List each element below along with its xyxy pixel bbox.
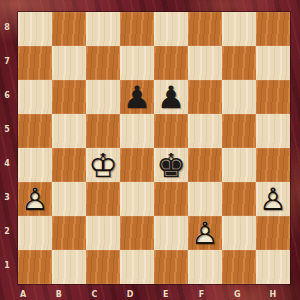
- square-c2[interactable]: [86, 216, 120, 250]
- square-f8[interactable]: [188, 12, 222, 46]
- square-b8[interactable]: [52, 12, 86, 46]
- square-f7[interactable]: [188, 46, 222, 80]
- white-pawn-glyph: ♙: [18, 182, 52, 216]
- square-c1[interactable]: [86, 250, 120, 284]
- square-d6[interactable]: ♟: [120, 80, 154, 114]
- square-e7[interactable]: [154, 46, 188, 80]
- square-d3[interactable]: [120, 182, 154, 216]
- file-label-a: A: [13, 289, 33, 300]
- square-d4[interactable]: [120, 148, 154, 182]
- square-h3[interactable]: ♟♙: [256, 182, 290, 216]
- rank-label-4: 4: [0, 148, 14, 182]
- square-c6[interactable]: [86, 80, 120, 114]
- square-h4[interactable]: [256, 148, 290, 182]
- square-h2[interactable]: [256, 216, 290, 250]
- square-c8[interactable]: [86, 12, 120, 46]
- rank-label-7: 7: [0, 46, 14, 80]
- black-king-glyph: ♚: [154, 148, 188, 182]
- square-g5[interactable]: [222, 114, 256, 148]
- rank-label-3: 3: [0, 182, 14, 216]
- square-g6[interactable]: [222, 80, 256, 114]
- square-b2[interactable]: [52, 216, 86, 250]
- square-d1[interactable]: [120, 250, 154, 284]
- square-g2[interactable]: [222, 216, 256, 250]
- file-label-g: G: [227, 289, 247, 300]
- white-pawn[interactable]: ♟♙: [256, 182, 290, 216]
- black-king[interactable]: ♚: [154, 148, 188, 182]
- square-b7[interactable]: [52, 46, 86, 80]
- square-d2[interactable]: [120, 216, 154, 250]
- square-c7[interactable]: [86, 46, 120, 80]
- square-b4[interactable]: [52, 148, 86, 182]
- file-label-e: E: [156, 289, 176, 300]
- square-f6[interactable]: [188, 80, 222, 114]
- square-h6[interactable]: [256, 80, 290, 114]
- square-g1[interactable]: [222, 250, 256, 284]
- square-a6[interactable]: [18, 80, 52, 114]
- square-a3[interactable]: ♟♙: [18, 182, 52, 216]
- square-a7[interactable]: [18, 46, 52, 80]
- square-e6[interactable]: ♟: [154, 80, 188, 114]
- square-f4[interactable]: [188, 148, 222, 182]
- square-d7[interactable]: [120, 46, 154, 80]
- square-g4[interactable]: [222, 148, 256, 182]
- black-pawn[interactable]: ♟: [120, 80, 154, 114]
- white-king[interactable]: ♚♔: [86, 148, 120, 182]
- rank-label-1: 1: [0, 250, 14, 284]
- file-label-b: B: [49, 289, 69, 300]
- square-h8[interactable]: [256, 12, 290, 46]
- square-a2[interactable]: [18, 216, 52, 250]
- file-label-h: H: [263, 289, 283, 300]
- square-h7[interactable]: [256, 46, 290, 80]
- square-e3[interactable]: [154, 182, 188, 216]
- square-e8[interactable]: [154, 12, 188, 46]
- square-f5[interactable]: [188, 114, 222, 148]
- square-g3[interactable]: [222, 182, 256, 216]
- square-c4[interactable]: ♚♔: [86, 148, 120, 182]
- white-pawn[interactable]: ♟♙: [188, 216, 222, 250]
- square-c3[interactable]: [86, 182, 120, 216]
- rank-label-6: 6: [0, 80, 14, 114]
- square-e5[interactable]: [154, 114, 188, 148]
- file-label-c: C: [84, 289, 104, 300]
- white-pawn-glyph: ♙: [188, 216, 222, 250]
- square-b5[interactable]: [52, 114, 86, 148]
- square-g8[interactable]: [222, 12, 256, 46]
- square-f2[interactable]: ♟♙: [188, 216, 222, 250]
- white-pawn[interactable]: ♟♙: [18, 182, 52, 216]
- square-b3[interactable]: [52, 182, 86, 216]
- square-d8[interactable]: [120, 12, 154, 46]
- file-label-f: F: [192, 289, 212, 300]
- file-label-d: D: [120, 289, 140, 300]
- square-e1[interactable]: [154, 250, 188, 284]
- square-a4[interactable]: [18, 148, 52, 182]
- rank-label-2: 2: [0, 216, 14, 250]
- square-h1[interactable]: [256, 250, 290, 284]
- square-b1[interactable]: [52, 250, 86, 284]
- black-pawn[interactable]: ♟: [154, 80, 188, 114]
- square-d5[interactable]: [120, 114, 154, 148]
- chess-board: ♟♟♚♔♚♟♙♟♙♟♙: [18, 12, 290, 284]
- square-a5[interactable]: [18, 114, 52, 148]
- rank-label-8: 8: [0, 12, 14, 46]
- square-e2[interactable]: [154, 216, 188, 250]
- white-king-glyph: ♔: [86, 148, 120, 182]
- black-pawn-glyph: ♟: [154, 80, 188, 114]
- square-a8[interactable]: [18, 12, 52, 46]
- chess-board-frame: ♟♟♚♔♚♟♙♟♙♟♙ 87654321 ABCDEFGH: [0, 0, 300, 300]
- square-f1[interactable]: [188, 250, 222, 284]
- square-b6[interactable]: [52, 80, 86, 114]
- square-c5[interactable]: [86, 114, 120, 148]
- rank-label-5: 5: [0, 114, 14, 148]
- white-pawn-glyph: ♙: [256, 182, 290, 216]
- square-e4[interactable]: ♚: [154, 148, 188, 182]
- square-f3[interactable]: [188, 182, 222, 216]
- square-h5[interactable]: [256, 114, 290, 148]
- black-pawn-glyph: ♟: [120, 80, 154, 114]
- square-a1[interactable]: [18, 250, 52, 284]
- square-g7[interactable]: [222, 46, 256, 80]
